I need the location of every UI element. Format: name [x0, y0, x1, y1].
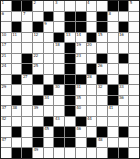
block-cell	[87, 33, 97, 43]
block-cell	[119, 148, 129, 158]
clue-number: 19	[76, 43, 81, 47]
block-cell	[33, 22, 43, 32]
clue-number: 37	[2, 106, 7, 110]
letter-cell[interactable]	[54, 106, 64, 116]
clue-number: 28	[87, 75, 92, 79]
block-cell	[44, 85, 54, 95]
block-cell	[97, 54, 107, 64]
letter-cell[interactable]: 11	[12, 33, 22, 43]
clue-number: 44	[87, 117, 92, 121]
letter-cell[interactable]: 17	[1, 43, 11, 53]
letter-cell[interactable]	[97, 117, 107, 127]
clue-number: 14	[76, 33, 81, 37]
letter-cell[interactable]: 37	[1, 106, 11, 116]
block-cell	[65, 54, 75, 64]
letter-cell[interactable]	[12, 138, 22, 148]
clue-number: 5	[130, 1, 132, 5]
letter-cell[interactable]	[129, 85, 139, 95]
clue-number: 3	[55, 1, 57, 5]
clue-number: 15	[98, 33, 103, 37]
letter-cell[interactable]	[12, 43, 22, 53]
letter-cell[interactable]	[12, 54, 22, 64]
block-cell	[33, 75, 43, 85]
letter-cell[interactable]	[119, 117, 129, 127]
block-cell	[65, 75, 75, 85]
letter-cell[interactable]	[108, 138, 118, 148]
crossword-grid: 1234567891011121314151617181920212223242…	[0, 0, 140, 159]
letter-cell[interactable]	[22, 22, 32, 32]
block-cell	[87, 64, 97, 74]
letter-cell[interactable]	[44, 64, 54, 74]
block-cell	[44, 117, 54, 127]
clue-number: 24	[2, 64, 7, 68]
block-cell	[22, 54, 32, 64]
clue-number: 46	[76, 127, 81, 131]
block-cell	[54, 127, 64, 137]
letter-cell[interactable]	[44, 43, 54, 53]
letter-cell[interactable]	[22, 117, 32, 127]
letter-cell[interactable]	[129, 138, 139, 148]
letter-cell[interactable]	[1, 148, 11, 158]
letter-cell[interactable]	[108, 54, 118, 64]
clue-number: 18	[55, 43, 60, 47]
letter-cell[interactable]: 48	[97, 138, 107, 148]
block-cell	[65, 96, 75, 106]
block-cell	[12, 75, 22, 85]
letter-cell[interactable]	[44, 1, 54, 11]
letter-cell[interactable]	[76, 138, 86, 148]
letter-cell[interactable]	[1, 22, 11, 32]
letter-cell[interactable]	[44, 75, 54, 85]
letter-cell[interactable]	[129, 64, 139, 74]
block-cell	[119, 22, 129, 32]
block-cell	[119, 54, 129, 64]
letter-cell[interactable]	[1, 75, 11, 85]
letter-cell[interactable]: 45	[44, 127, 54, 137]
letter-cell[interactable]: 22	[33, 54, 43, 64]
letter-cell[interactable]	[87, 85, 97, 95]
clue-number: 49	[34, 148, 39, 152]
clue-number: 26	[98, 64, 103, 68]
block-cell	[108, 96, 118, 106]
letter-cell[interactable]	[1, 127, 11, 137]
clue-number: 23	[76, 54, 81, 58]
letter-cell[interactable]	[129, 12, 139, 22]
letter-cell[interactable]: 40	[76, 106, 86, 116]
letter-cell[interactable]: 1	[1, 1, 11, 11]
letter-cell[interactable]	[108, 64, 118, 74]
letter-cell[interactable]	[54, 64, 64, 74]
letter-cell[interactable]: 2	[33, 1, 43, 11]
letter-cell[interactable]: 34	[44, 96, 54, 106]
letter-cell[interactable]	[129, 75, 139, 85]
clue-number: 4	[87, 1, 89, 5]
letter-cell[interactable]	[129, 148, 139, 158]
letter-cell[interactable]	[129, 54, 139, 64]
letter-cell[interactable]	[22, 96, 32, 106]
letter-cell[interactable]	[65, 148, 75, 158]
block-cell	[54, 33, 64, 43]
letter-cell[interactable]	[54, 148, 64, 158]
clue-number: 20	[87, 43, 92, 47]
letter-cell[interactable]: 27	[22, 75, 32, 85]
block-cell	[33, 96, 43, 106]
block-cell	[76, 22, 86, 32]
letter-cell[interactable]	[119, 43, 129, 53]
block-cell	[33, 138, 43, 148]
block-cell	[65, 12, 75, 22]
letter-cell[interactable]: 10	[1, 33, 11, 43]
letter-cell[interactable]	[87, 12, 97, 22]
block-cell	[22, 64, 32, 74]
clue-number: 48	[98, 138, 103, 142]
letter-cell[interactable]	[87, 127, 97, 137]
letter-cell[interactable]	[76, 1, 86, 11]
clue-number: 40	[76, 106, 81, 110]
letter-cell[interactable]: 43	[54, 117, 64, 127]
block-cell	[97, 127, 107, 137]
letter-cell[interactable]	[108, 117, 118, 127]
block-cell	[65, 64, 75, 74]
letter-cell[interactable]	[33, 117, 43, 127]
letter-cell[interactable]: 23	[76, 54, 86, 64]
letter-cell[interactable]	[108, 75, 118, 85]
clue-number: 32	[98, 85, 103, 89]
letter-cell[interactable]	[129, 22, 139, 32]
clue-number: 43	[55, 117, 60, 121]
letter-cell[interactable]	[44, 148, 54, 158]
letter-cell[interactable]	[65, 1, 75, 11]
clue-number: 11	[12, 33, 17, 37]
letter-cell[interactable]	[12, 117, 22, 127]
letter-cell[interactable]	[119, 106, 129, 116]
clue-number: 33	[119, 85, 124, 89]
letter-cell[interactable]: 46	[76, 127, 86, 137]
clue-number: 42	[2, 117, 7, 121]
letter-cell[interactable]	[22, 43, 32, 53]
block-cell	[12, 1, 22, 11]
crossword-puzzle: 1234567891011121314151617181920212223242…	[0, 0, 140, 159]
clue-number: 22	[34, 54, 39, 58]
letter-cell[interactable]	[119, 64, 129, 74]
letter-cell[interactable]: 19	[76, 43, 86, 53]
block-cell	[76, 117, 86, 127]
clue-number: 21	[2, 54, 7, 58]
letter-cell[interactable]: 35	[76, 96, 86, 106]
letter-cell[interactable]	[87, 22, 97, 32]
block-cell	[12, 22, 22, 32]
clue-number: 16	[119, 33, 124, 37]
block-cell	[54, 138, 64, 148]
letter-cell[interactable]	[129, 43, 139, 53]
letter-cell[interactable]	[97, 106, 107, 116]
letter-cell[interactable]	[22, 85, 32, 95]
block-cell	[119, 75, 129, 85]
letter-cell[interactable]	[119, 138, 129, 148]
letter-cell[interactable]: 12	[33, 33, 43, 43]
letter-cell[interactable]: 9	[44, 22, 54, 32]
clue-number: 38	[12, 106, 17, 110]
letter-cell[interactable]	[87, 148, 97, 158]
letter-cell[interactable]	[129, 127, 139, 137]
letter-cell[interactable]: 31	[76, 85, 86, 95]
letter-cell[interactable]: 13	[65, 33, 75, 43]
letter-cell[interactable]: 18	[54, 43, 64, 53]
letter-cell[interactable]: 44	[87, 117, 97, 127]
letter-cell[interactable]	[97, 96, 107, 106]
block-cell	[65, 127, 75, 137]
clue-number: 39	[34, 106, 39, 110]
clue-number: 29	[2, 85, 7, 89]
letter-cell[interactable]	[97, 1, 107, 11]
letter-cell[interactable]: 6	[1, 12, 11, 22]
letter-cell[interactable]	[44, 138, 54, 148]
block-cell	[119, 1, 129, 11]
letter-cell[interactable]	[65, 117, 75, 127]
letter-cell[interactable]: 47	[1, 138, 11, 148]
letter-cell[interactable]: 29	[1, 85, 11, 95]
letter-cell[interactable]: 39	[33, 106, 43, 116]
letter-cell[interactable]	[108, 43, 118, 53]
letter-cell[interactable]: 16	[119, 33, 129, 43]
block-cell	[76, 12, 86, 22]
letter-cell[interactable]	[44, 54, 54, 64]
block-cell	[54, 75, 64, 85]
letter-cell[interactable]: 15	[97, 33, 107, 43]
clue-number: 17	[2, 43, 7, 47]
letter-cell[interactable]: 5	[129, 1, 139, 11]
letter-cell[interactable]: 8	[108, 12, 118, 22]
block-cell	[12, 96, 22, 106]
letter-cell[interactable]: 30	[54, 85, 64, 95]
block-cell	[108, 85, 118, 95]
block-cell	[65, 106, 75, 116]
letter-cell[interactable]: 33	[119, 85, 129, 95]
letter-cell[interactable]	[44, 106, 54, 116]
clue-number: 27	[23, 75, 28, 79]
letter-cell[interactable]: 36	[119, 96, 129, 106]
block-cell	[87, 138, 97, 148]
block-cell	[12, 148, 22, 158]
letter-cell[interactable]	[12, 64, 22, 74]
clue-number: 12	[34, 33, 39, 37]
letter-cell[interactable]	[108, 127, 118, 137]
letter-cell[interactable]	[54, 12, 64, 22]
letter-cell[interactable]	[87, 96, 97, 106]
letter-cell[interactable]	[108, 33, 118, 43]
letter-cell[interactable]	[76, 64, 86, 74]
letter-cell[interactable]	[22, 106, 32, 116]
letter-cell[interactable]	[129, 33, 139, 43]
block-cell	[119, 127, 129, 137]
letter-cell[interactable]	[87, 54, 97, 64]
letter-cell[interactable]: 14	[76, 33, 86, 43]
letter-cell[interactable]	[33, 43, 43, 53]
letter-cell[interactable]	[54, 96, 64, 106]
clue-number: 36	[119, 96, 124, 100]
clue-number: 10	[2, 33, 7, 37]
letter-cell[interactable]: 32	[97, 85, 107, 95]
letter-cell[interactable]	[129, 96, 139, 106]
letter-cell[interactable]	[1, 96, 11, 106]
clue-number: 25	[34, 64, 39, 68]
letter-cell[interactable]	[54, 22, 64, 32]
block-cell	[12, 127, 22, 137]
block-cell	[22, 1, 32, 11]
block-cell	[108, 148, 118, 158]
letter-cell[interactable]	[33, 85, 43, 95]
letter-cell[interactable]	[129, 106, 139, 116]
clue-number: 6	[2, 12, 4, 16]
clue-number: 13	[66, 33, 71, 37]
clue-number: 41	[108, 106, 113, 110]
letter-cell[interactable]	[129, 117, 139, 127]
block-cell	[65, 22, 75, 32]
block-cell	[97, 75, 107, 85]
block-cell	[33, 127, 43, 137]
clue-number: 9	[44, 22, 46, 26]
letter-cell[interactable]	[22, 33, 32, 43]
letter-cell[interactable]: 7	[22, 12, 32, 22]
block-cell	[97, 12, 107, 22]
letter-cell[interactable]: 24	[1, 64, 11, 74]
letter-cell[interactable]	[12, 85, 22, 95]
letter-cell[interactable]: 20	[87, 43, 97, 53]
block-cell	[65, 85, 75, 95]
letter-cell[interactable]	[22, 138, 32, 148]
letter-cell[interactable]: 49	[33, 148, 43, 158]
letter-cell[interactable]	[33, 12, 43, 22]
block-cell	[108, 1, 118, 11]
letter-cell[interactable]	[119, 12, 129, 22]
clue-number: 8	[108, 12, 110, 16]
clue-number: 45	[44, 127, 49, 131]
block-cell	[65, 43, 75, 53]
letter-cell[interactable]: 21	[1, 54, 11, 64]
letter-cell[interactable]	[12, 12, 22, 22]
letter-cell[interactable]	[97, 148, 107, 158]
clue-number: 7	[23, 12, 25, 16]
letter-cell[interactable]	[97, 43, 107, 53]
clue-number: 34	[44, 96, 49, 100]
letter-cell[interactable]: 25	[33, 64, 43, 74]
clue-number: 31	[76, 85, 81, 89]
block-cell	[44, 12, 54, 22]
letter-cell[interactable]	[44, 33, 54, 43]
block-cell	[76, 75, 86, 85]
block-cell	[65, 138, 75, 148]
letter-cell[interactable]	[87, 106, 97, 116]
letter-cell[interactable]	[54, 54, 64, 64]
letter-cell[interactable]: 28	[87, 75, 97, 85]
clue-number: 2	[34, 1, 36, 5]
letter-cell[interactable]: 42	[1, 117, 11, 127]
clue-number: 47	[2, 138, 7, 142]
letter-cell[interactable]: 3	[54, 1, 64, 11]
block-cell	[22, 148, 32, 158]
clue-number: 1	[2, 1, 4, 5]
clue-number: 35	[76, 96, 81, 100]
letter-cell[interactable]: 4	[87, 1, 97, 11]
letter-cell[interactable]	[22, 127, 32, 137]
clue-number: 30	[55, 85, 60, 89]
letter-cell[interactable]	[76, 148, 86, 158]
block-cell	[97, 22, 107, 32]
letter-cell[interactable]	[108, 22, 118, 32]
letter-cell[interactable]: 26	[97, 64, 107, 74]
letter-cell[interactable]: 38	[12, 106, 22, 116]
letter-cell[interactable]: 41	[108, 106, 118, 116]
